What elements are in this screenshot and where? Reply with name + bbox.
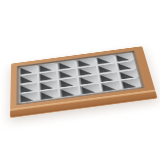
tray-compartment bbox=[60, 87, 79, 98]
tray-compartment bbox=[121, 78, 141, 88]
product-photo bbox=[0, 0, 160, 160]
tray-compartment bbox=[101, 81, 121, 92]
wooden-tray bbox=[10, 46, 158, 118]
tray-compartment bbox=[20, 92, 39, 103]
tray-compartment bbox=[40, 89, 59, 100]
tray-compartment bbox=[80, 84, 100, 95]
tray-scene bbox=[10, 46, 158, 118]
